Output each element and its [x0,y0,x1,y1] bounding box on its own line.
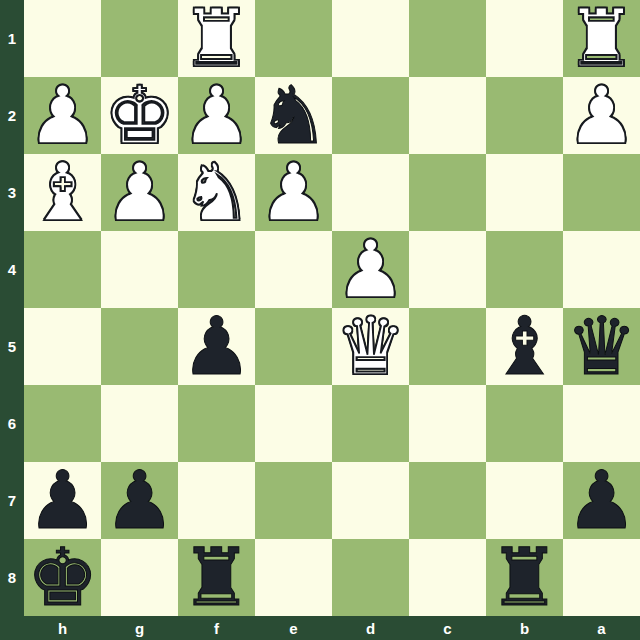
square-e4[interactable] [255,231,332,308]
file-label-c: c [409,616,486,640]
rank-label-6: 6 [0,385,24,462]
square-g2[interactable]: ♚ [101,77,178,154]
square-d1[interactable] [332,0,409,77]
square-b6[interactable] [486,385,563,462]
square-b5[interactable]: ♝ [486,308,563,385]
square-a6[interactable] [563,385,640,462]
square-a8[interactable] [563,539,640,616]
square-d5[interactable]: ♛ [332,308,409,385]
chess-board: 1♜♜2♟♚♟♞♟3♝♟♞♟4♟5♟♛♝♛67♟♟♟8♚♜♜hgfedcba [0,0,640,640]
piece-black-pawn[interactable]: ♟ [24,462,101,539]
square-a1[interactable]: ♜ [563,0,640,77]
square-e5[interactable] [255,308,332,385]
piece-black-pawn[interactable]: ♟ [101,462,178,539]
square-a4[interactable] [563,231,640,308]
square-g7[interactable]: ♟ [101,462,178,539]
piece-white-knight[interactable]: ♞ [178,154,255,231]
square-d2[interactable] [332,77,409,154]
piece-white-pawn[interactable]: ♟ [255,154,332,231]
rank-label-3: 3 [0,154,24,231]
square-c6[interactable] [409,385,486,462]
square-h8[interactable]: ♚ [24,539,101,616]
square-d6[interactable] [332,385,409,462]
square-f6[interactable] [178,385,255,462]
square-e2[interactable]: ♞ [255,77,332,154]
rank-label-4: 4 [0,231,24,308]
square-h4[interactable] [24,231,101,308]
square-a2[interactable]: ♟ [563,77,640,154]
square-c5[interactable] [409,308,486,385]
file-label-d: d [332,616,409,640]
square-c2[interactable] [409,77,486,154]
square-c1[interactable] [409,0,486,77]
piece-white-pawn[interactable]: ♟ [332,231,409,308]
square-g3[interactable]: ♟ [101,154,178,231]
square-g5[interactable] [101,308,178,385]
square-f3[interactable]: ♞ [178,154,255,231]
square-d7[interactable] [332,462,409,539]
square-e7[interactable] [255,462,332,539]
rank-label-8: 8 [0,539,24,616]
square-e6[interactable] [255,385,332,462]
board-corner [0,616,24,640]
rank-label-7: 7 [0,462,24,539]
piece-white-rook[interactable]: ♜ [178,0,255,77]
square-e1[interactable] [255,0,332,77]
piece-black-queen[interactable]: ♛ [563,308,640,385]
square-d8[interactable] [332,539,409,616]
square-d3[interactable] [332,154,409,231]
square-b2[interactable] [486,77,563,154]
square-c3[interactable] [409,154,486,231]
piece-white-pawn[interactable]: ♟ [178,77,255,154]
piece-black-pawn[interactable]: ♟ [563,462,640,539]
square-e8[interactable] [255,539,332,616]
piece-black-rook[interactable]: ♜ [486,539,563,616]
square-h5[interactable] [24,308,101,385]
rank-label-5: 5 [0,308,24,385]
rank-label-1: 1 [0,0,24,77]
square-h7[interactable]: ♟ [24,462,101,539]
piece-white-rook[interactable]: ♜ [563,0,640,77]
rank-label-2: 2 [0,77,24,154]
square-h3[interactable]: ♝ [24,154,101,231]
square-c8[interactable] [409,539,486,616]
piece-white-pawn[interactable]: ♟ [563,77,640,154]
square-d4[interactable]: ♟ [332,231,409,308]
square-g6[interactable] [101,385,178,462]
square-g4[interactable] [101,231,178,308]
square-b1[interactable] [486,0,563,77]
piece-black-bishop[interactable]: ♝ [486,308,563,385]
square-a5[interactable]: ♛ [563,308,640,385]
square-f4[interactable] [178,231,255,308]
square-c4[interactable] [409,231,486,308]
square-h2[interactable]: ♟ [24,77,101,154]
piece-white-bishop[interactable]: ♝ [24,154,101,231]
square-b8[interactable]: ♜ [486,539,563,616]
square-f7[interactable] [178,462,255,539]
square-g8[interactable] [101,539,178,616]
square-b3[interactable] [486,154,563,231]
piece-black-knight[interactable]: ♞ [255,77,332,154]
square-e3[interactable]: ♟ [255,154,332,231]
piece-white-queen[interactable]: ♛ [332,308,409,385]
square-a3[interactable] [563,154,640,231]
square-b4[interactable] [486,231,563,308]
square-b7[interactable] [486,462,563,539]
square-h1[interactable] [24,0,101,77]
file-label-g: g [101,616,178,640]
square-f8[interactable]: ♜ [178,539,255,616]
file-label-e: e [255,616,332,640]
square-f1[interactable]: ♜ [178,0,255,77]
piece-black-rook[interactable]: ♜ [178,539,255,616]
file-label-a: a [563,616,640,640]
square-a7[interactable]: ♟ [563,462,640,539]
piece-white-pawn[interactable]: ♟ [101,154,178,231]
piece-black-king[interactable]: ♚ [24,539,101,616]
square-f2[interactable]: ♟ [178,77,255,154]
piece-white-pawn[interactable]: ♟ [24,77,101,154]
square-h6[interactable] [24,385,101,462]
piece-black-pawn[interactable]: ♟ [178,308,255,385]
square-g1[interactable] [101,0,178,77]
square-f5[interactable]: ♟ [178,308,255,385]
piece-white-king[interactable]: ♚ [101,77,178,154]
square-c7[interactable] [409,462,486,539]
